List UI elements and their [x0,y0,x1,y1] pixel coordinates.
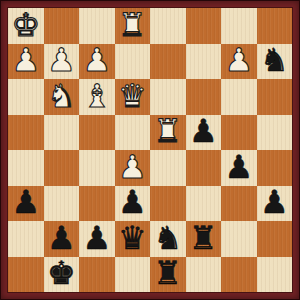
square-d3[interactable]: ♟ [115,186,151,222]
black-pawn[interactable]: ♟ [82,222,111,254]
board-frame: ♚♜♟♟♟♟♞♞♝♛♜♟♟♟♟♟♟♟♟♛♞♜♚♜ [0,0,300,300]
square-g3[interactable] [221,186,257,222]
square-d4[interactable]: ♟ [115,150,151,186]
square-g4[interactable]: ♟ [221,150,257,186]
white-pawn[interactable]: ♟ [224,44,253,76]
square-e4[interactable] [150,150,186,186]
square-c5[interactable] [79,115,115,151]
square-f4[interactable] [186,150,222,186]
square-c4[interactable] [79,150,115,186]
square-a3[interactable]: ♟ [8,186,44,222]
square-g1[interactable] [221,257,257,293]
black-rook[interactable]: ♜ [153,257,182,289]
square-h3[interactable]: ♟ [257,186,293,222]
square-f6[interactable] [186,79,222,115]
square-f7[interactable] [186,44,222,80]
square-a5[interactable] [8,115,44,151]
square-e2[interactable]: ♞ [150,221,186,257]
white-pawn[interactable]: ♟ [118,151,147,183]
square-d6[interactable]: ♛ [115,79,151,115]
square-b3[interactable] [44,186,80,222]
black-rook[interactable]: ♜ [189,222,218,254]
white-pawn[interactable]: ♟ [82,44,111,76]
square-g8[interactable] [221,8,257,44]
white-pawn[interactable]: ♟ [47,44,76,76]
square-h2[interactable] [257,221,293,257]
black-pawn[interactable]: ♟ [118,186,147,218]
black-queen[interactable]: ♛ [118,222,147,254]
square-e1[interactable]: ♜ [150,257,186,293]
square-c2[interactable]: ♟ [79,221,115,257]
square-b2[interactable]: ♟ [44,221,80,257]
black-king[interactable]: ♚ [47,257,76,289]
square-d1[interactable] [115,257,151,293]
square-c1[interactable] [79,257,115,293]
square-b4[interactable] [44,150,80,186]
square-a7[interactable]: ♟ [8,44,44,80]
square-g2[interactable] [221,221,257,257]
square-f3[interactable] [186,186,222,222]
square-h4[interactable] [257,150,293,186]
square-f8[interactable] [186,8,222,44]
square-b5[interactable] [44,115,80,151]
black-pawn[interactable]: ♟ [189,115,218,147]
chess-board: ♚♜♟♟♟♟♞♞♝♛♜♟♟♟♟♟♟♟♟♛♞♜♚♜ [8,8,292,292]
square-f1[interactable] [186,257,222,293]
square-d5[interactable] [115,115,151,151]
square-a2[interactable] [8,221,44,257]
black-pawn[interactable]: ♟ [260,186,289,218]
black-pawn[interactable]: ♟ [47,222,76,254]
square-g6[interactable] [221,79,257,115]
square-h8[interactable] [257,8,293,44]
square-a6[interactable] [8,79,44,115]
square-a1[interactable] [8,257,44,293]
square-b7[interactable]: ♟ [44,44,80,80]
black-knight[interactable]: ♞ [153,222,182,254]
square-c6[interactable]: ♝ [79,79,115,115]
square-h5[interactable] [257,115,293,151]
square-g7[interactable]: ♟ [221,44,257,80]
black-pawn[interactable]: ♟ [11,186,40,218]
square-e6[interactable] [150,79,186,115]
square-d8[interactable]: ♜ [115,8,151,44]
square-e3[interactable] [150,186,186,222]
square-e7[interactable] [150,44,186,80]
square-f5[interactable]: ♟ [186,115,222,151]
square-e5[interactable]: ♜ [150,115,186,151]
white-rook[interactable]: ♜ [153,115,182,147]
black-pawn[interactable]: ♟ [224,151,253,183]
white-pawn[interactable]: ♟ [11,44,40,76]
square-e8[interactable] [150,8,186,44]
square-a8[interactable]: ♚ [8,8,44,44]
white-king[interactable]: ♚ [11,9,40,41]
square-c8[interactable] [79,8,115,44]
square-a4[interactable] [8,150,44,186]
square-g5[interactable] [221,115,257,151]
white-knight[interactable]: ♞ [47,80,76,112]
square-b8[interactable] [44,8,80,44]
square-b1[interactable]: ♚ [44,257,80,293]
square-d7[interactable] [115,44,151,80]
square-c7[interactable]: ♟ [79,44,115,80]
square-d2[interactable]: ♛ [115,221,151,257]
white-bishop[interactable]: ♝ [82,80,111,112]
square-b6[interactable]: ♞ [44,79,80,115]
square-h7[interactable]: ♞ [257,44,293,80]
square-h6[interactable] [257,79,293,115]
white-queen[interactable]: ♛ [118,80,147,112]
square-h1[interactable] [257,257,293,293]
black-knight[interactable]: ♞ [260,44,289,76]
square-c3[interactable] [79,186,115,222]
white-rook[interactable]: ♜ [118,9,147,41]
square-f2[interactable]: ♜ [186,221,222,257]
